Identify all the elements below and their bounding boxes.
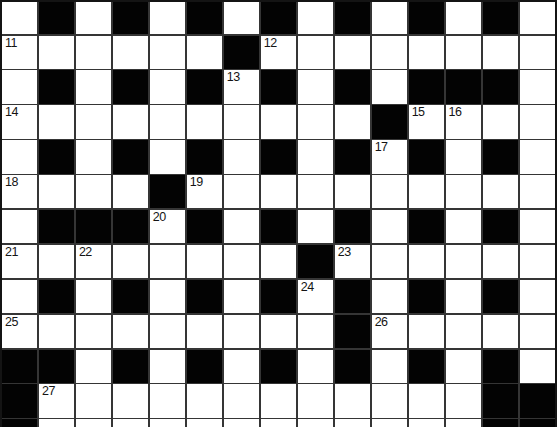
black-cell — [409, 70, 444, 103]
white-cell[interactable] — [39, 105, 74, 138]
white-cell[interactable] — [520, 140, 555, 173]
white-cell[interactable] — [335, 175, 370, 208]
clue-number: 21 — [5, 245, 18, 259]
white-cell[interactable] — [76, 140, 111, 173]
white-cell[interactable] — [187, 105, 222, 138]
black-cell — [113, 210, 148, 243]
black-cell — [335, 70, 370, 103]
black-cell — [372, 105, 407, 138]
white-cell[interactable] — [409, 245, 444, 278]
black-cell — [113, 350, 148, 383]
white-cell[interactable] — [409, 419, 444, 427]
white-cell[interactable] — [113, 315, 148, 348]
white-cell[interactable] — [150, 280, 185, 313]
white-cell[interactable] — [76, 70, 111, 103]
black-cell — [2, 350, 37, 383]
white-cell[interactable]: 13 — [224, 70, 259, 103]
white-cell[interactable] — [446, 175, 481, 208]
white-cell[interactable]: 12 — [261, 36, 296, 69]
white-cell[interactable] — [372, 210, 407, 243]
white-cell[interactable] — [224, 2, 259, 34]
black-cell — [335, 140, 370, 173]
white-cell[interactable] — [409, 36, 444, 69]
black-cell — [298, 245, 333, 278]
white-cell[interactable] — [446, 419, 481, 427]
black-cell — [261, 70, 296, 103]
white-cell[interactable] — [76, 315, 111, 348]
white-cell[interactable] — [261, 245, 296, 278]
white-cell[interactable] — [483, 245, 518, 278]
white-cell[interactable]: 18 — [2, 175, 37, 208]
black-cell — [113, 140, 148, 173]
white-cell[interactable] — [261, 105, 296, 138]
crossword-grid: 1112131415161718192021222324252627 — [0, 0, 557, 427]
white-cell[interactable] — [76, 384, 111, 417]
white-cell[interactable] — [261, 419, 296, 427]
white-cell[interactable] — [372, 70, 407, 103]
white-cell[interactable] — [224, 419, 259, 427]
black-cell — [261, 2, 296, 34]
white-cell[interactable] — [113, 419, 148, 427]
black-cell — [409, 280, 444, 313]
black-cell — [483, 280, 518, 313]
clue-number: 23 — [338, 245, 351, 259]
black-cell — [483, 140, 518, 173]
white-cell[interactable] — [483, 36, 518, 69]
white-cell[interactable] — [335, 419, 370, 427]
clue-number: 13 — [227, 70, 240, 84]
clue-number: 27 — [42, 384, 55, 398]
clue-number: 22 — [79, 245, 92, 259]
white-cell[interactable] — [409, 315, 444, 348]
clue-number: 17 — [375, 140, 388, 154]
white-cell[interactable]: 25 — [2, 315, 37, 348]
black-cell — [187, 140, 222, 173]
white-cell[interactable] — [372, 419, 407, 427]
white-cell[interactable] — [187, 384, 222, 417]
white-cell[interactable]: 23 — [335, 245, 370, 278]
black-cell — [335, 350, 370, 383]
white-cell[interactable] — [446, 2, 481, 34]
white-cell[interactable] — [76, 105, 111, 138]
white-cell[interactable] — [187, 36, 222, 69]
black-cell — [187, 280, 222, 313]
black-cell — [2, 419, 37, 427]
white-cell[interactable] — [298, 384, 333, 417]
white-cell[interactable]: 16 — [446, 105, 481, 138]
white-cell[interactable]: 15 — [409, 105, 444, 138]
white-cell[interactable] — [224, 384, 259, 417]
white-cell[interactable] — [261, 315, 296, 348]
black-cell — [39, 210, 74, 243]
clue-number: 15 — [412, 105, 425, 119]
white-cell[interactable] — [446, 384, 481, 417]
white-cell[interactable]: 21 — [2, 245, 37, 278]
white-cell[interactable] — [150, 70, 185, 103]
white-cell[interactable] — [39, 245, 74, 278]
white-cell[interactable]: 19 — [187, 175, 222, 208]
white-cell[interactable] — [298, 105, 333, 138]
white-cell[interactable] — [446, 280, 481, 313]
black-cell — [39, 350, 74, 383]
white-cell[interactable] — [298, 350, 333, 383]
clue-number: 20 — [153, 210, 166, 224]
black-cell — [409, 2, 444, 34]
clue-number: 14 — [5, 105, 18, 119]
white-cell[interactable] — [520, 350, 555, 383]
white-cell[interactable] — [372, 350, 407, 383]
white-cell[interactable] — [372, 175, 407, 208]
black-cell — [483, 70, 518, 103]
white-cell[interactable] — [520, 245, 555, 278]
white-cell[interactable] — [113, 384, 148, 417]
black-cell — [409, 210, 444, 243]
white-cell[interactable] — [261, 175, 296, 208]
black-cell — [261, 210, 296, 243]
black-cell — [113, 2, 148, 34]
white-cell[interactable] — [520, 280, 555, 313]
white-cell[interactable]: 26 — [372, 315, 407, 348]
white-cell[interactable] — [150, 384, 185, 417]
black-cell — [187, 70, 222, 103]
black-cell — [187, 210, 222, 243]
white-cell[interactable] — [298, 175, 333, 208]
white-cell[interactable] — [187, 245, 222, 278]
white-cell[interactable] — [150, 245, 185, 278]
black-cell — [187, 350, 222, 383]
white-cell[interactable] — [2, 70, 37, 103]
black-cell — [224, 36, 259, 69]
white-cell[interactable] — [2, 2, 37, 34]
white-cell[interactable] — [483, 315, 518, 348]
white-cell[interactable] — [150, 105, 185, 138]
white-cell[interactable] — [372, 36, 407, 69]
white-cell[interactable] — [446, 315, 481, 348]
white-cell[interactable] — [483, 105, 518, 138]
white-cell[interactable] — [224, 245, 259, 278]
white-cell[interactable] — [298, 419, 333, 427]
white-cell[interactable] — [483, 175, 518, 208]
white-cell[interactable] — [2, 280, 37, 313]
clue-number: 11 — [5, 36, 17, 50]
white-cell[interactable] — [76, 2, 111, 34]
clue-number: 19 — [190, 175, 203, 189]
black-cell — [335, 210, 370, 243]
white-cell[interactable] — [224, 105, 259, 138]
white-cell[interactable] — [298, 315, 333, 348]
white-cell[interactable] — [372, 2, 407, 34]
white-cell[interactable]: 14 — [2, 105, 37, 138]
black-cell — [39, 2, 74, 34]
white-cell[interactable] — [446, 210, 481, 243]
white-cell[interactable] — [446, 36, 481, 69]
white-cell[interactable] — [335, 36, 370, 69]
white-cell[interactable] — [113, 105, 148, 138]
white-cell[interactable] — [39, 419, 74, 427]
black-cell — [2, 384, 37, 417]
black-cell — [187, 2, 222, 34]
black-cell — [39, 280, 74, 313]
black-cell — [409, 350, 444, 383]
white-cell[interactable] — [520, 105, 555, 138]
white-cell[interactable] — [335, 384, 370, 417]
white-cell[interactable] — [150, 36, 185, 69]
clue-number: 26 — [375, 315, 388, 329]
black-cell — [520, 384, 555, 417]
white-cell[interactable] — [409, 384, 444, 417]
white-cell[interactable] — [224, 175, 259, 208]
clue-number: 24 — [301, 280, 314, 294]
white-cell[interactable] — [76, 419, 111, 427]
white-cell[interactable] — [2, 210, 37, 243]
black-cell — [483, 419, 518, 427]
white-cell[interactable] — [409, 175, 444, 208]
white-cell[interactable] — [224, 210, 259, 243]
black-cell — [261, 350, 296, 383]
white-cell[interactable] — [520, 36, 555, 69]
clue-number: 12 — [264, 36, 277, 50]
white-cell[interactable] — [150, 350, 185, 383]
white-cell[interactable] — [113, 175, 148, 208]
white-cell[interactable]: 22 — [76, 245, 111, 278]
white-cell[interactable] — [446, 245, 481, 278]
white-cell[interactable] — [298, 140, 333, 173]
white-cell[interactable]: 11 — [2, 36, 37, 69]
white-cell[interactable] — [113, 36, 148, 69]
white-cell[interactable] — [224, 350, 259, 383]
clue-number: 18 — [5, 175, 18, 189]
white-cell[interactable] — [2, 140, 37, 173]
white-cell[interactable] — [261, 384, 296, 417]
white-cell[interactable] — [446, 140, 481, 173]
white-cell[interactable] — [372, 245, 407, 278]
white-cell[interactable] — [298, 36, 333, 69]
white-cell[interactable] — [39, 175, 74, 208]
white-cell[interactable] — [150, 140, 185, 173]
white-cell[interactable]: 20 — [150, 210, 185, 243]
white-cell[interactable] — [39, 36, 74, 69]
white-cell[interactable]: 17 — [372, 140, 407, 173]
white-cell[interactable] — [76, 175, 111, 208]
black-cell — [335, 280, 370, 313]
white-cell[interactable] — [187, 315, 222, 348]
white-cell[interactable] — [113, 245, 148, 278]
white-cell[interactable] — [150, 315, 185, 348]
black-cell — [335, 315, 370, 348]
white-cell[interactable] — [520, 2, 555, 34]
white-cell[interactable] — [76, 350, 111, 383]
white-cell[interactable] — [520, 70, 555, 103]
black-cell — [335, 2, 370, 34]
black-cell — [483, 210, 518, 243]
white-cell[interactable] — [520, 175, 555, 208]
crossword-page: 1112131415161718192021222324252627 — [0, 0, 557, 427]
black-cell — [39, 140, 74, 173]
white-cell[interactable] — [520, 210, 555, 243]
white-cell[interactable] — [335, 105, 370, 138]
black-cell — [261, 140, 296, 173]
white-cell[interactable] — [298, 70, 333, 103]
black-cell — [113, 280, 148, 313]
black-cell — [483, 2, 518, 34]
white-cell[interactable] — [150, 419, 185, 427]
white-cell[interactable] — [298, 210, 333, 243]
black-cell — [483, 350, 518, 383]
white-cell[interactable] — [76, 36, 111, 69]
black-cell — [150, 175, 185, 208]
black-cell — [446, 70, 481, 103]
white-cell[interactable] — [150, 2, 185, 34]
white-cell[interactable] — [39, 315, 74, 348]
white-cell[interactable] — [446, 350, 481, 383]
white-cell[interactable] — [298, 2, 333, 34]
white-cell[interactable]: 27 — [39, 384, 74, 417]
white-cell[interactable] — [76, 280, 111, 313]
white-cell[interactable] — [187, 419, 222, 427]
black-cell — [409, 140, 444, 173]
black-cell — [261, 280, 296, 313]
white-cell[interactable] — [224, 280, 259, 313]
white-cell[interactable]: 24 — [298, 280, 333, 313]
black-cell — [39, 70, 74, 103]
white-cell[interactable] — [224, 315, 259, 348]
black-cell — [76, 210, 111, 243]
black-cell — [113, 70, 148, 103]
black-cell — [520, 419, 555, 427]
white-cell[interactable] — [520, 315, 555, 348]
white-cell[interactable] — [224, 140, 259, 173]
clue-number: 25 — [5, 315, 18, 329]
black-cell — [483, 384, 518, 417]
clue-number: 16 — [449, 105, 462, 119]
white-cell[interactable] — [372, 384, 407, 417]
white-cell[interactable] — [372, 280, 407, 313]
